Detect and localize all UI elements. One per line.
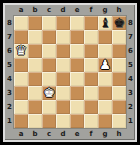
file-label-f: f <box>84 5 98 16</box>
square-d6[interactable] <box>56 44 70 58</box>
coordinate-border: abcdefgh abcdefgh 87654321 87654321 ♝♚♛♟… <box>5 5 135 140</box>
rank-label-8: 8 <box>126 16 135 30</box>
rank-label-6: 6 <box>5 44 14 58</box>
white-king[interactable]: ♚ <box>42 86 56 100</box>
square-g6[interactable] <box>98 44 112 58</box>
square-e8[interactable] <box>70 16 84 30</box>
square-c2[interactable] <box>42 100 56 114</box>
square-b7[interactable] <box>28 30 42 44</box>
chess-board-window: abcdefgh abcdefgh 87654321 87654321 ♝♚♛♟… <box>0 0 140 145</box>
rank-label-4: 4 <box>126 72 135 86</box>
rank-label-5: 5 <box>5 58 14 72</box>
square-g3[interactable] <box>98 86 112 100</box>
square-a7[interactable] <box>14 30 28 44</box>
square-d1[interactable] <box>56 114 70 128</box>
rank-labels-right: 87654321 <box>126 16 135 128</box>
rank-label-3: 3 <box>5 86 14 100</box>
square-c7[interactable] <box>42 30 56 44</box>
square-h4[interactable] <box>112 72 126 86</box>
black-bishop[interactable]: ♝ <box>98 16 112 30</box>
square-b1[interactable] <box>28 114 42 128</box>
square-f8[interactable] <box>84 16 98 30</box>
square-b5[interactable] <box>28 58 42 72</box>
square-b3[interactable] <box>28 86 42 100</box>
square-c1[interactable] <box>42 114 56 128</box>
square-d5[interactable] <box>56 58 70 72</box>
file-label-d: d <box>56 128 70 140</box>
square-a2[interactable] <box>14 100 28 114</box>
square-c5[interactable] <box>42 58 56 72</box>
file-label-a: a <box>14 5 28 16</box>
rank-label-1: 1 <box>5 114 14 128</box>
rank-label-7: 7 <box>126 30 135 44</box>
square-a4[interactable] <box>14 72 28 86</box>
square-g5[interactable]: ♟ <box>98 58 112 72</box>
square-e3[interactable] <box>70 86 84 100</box>
square-g2[interactable] <box>98 100 112 114</box>
rank-label-8: 8 <box>5 16 14 30</box>
file-label-c: c <box>42 5 56 16</box>
square-a5[interactable] <box>14 58 28 72</box>
square-f6[interactable] <box>84 44 98 58</box>
square-c4[interactable] <box>42 72 56 86</box>
square-f2[interactable] <box>84 100 98 114</box>
file-label-a: a <box>14 128 28 140</box>
square-c6[interactable] <box>42 44 56 58</box>
square-h1[interactable] <box>112 114 126 128</box>
square-d4[interactable] <box>56 72 70 86</box>
square-d2[interactable] <box>56 100 70 114</box>
square-d3[interactable] <box>56 86 70 100</box>
square-f3[interactable] <box>84 86 98 100</box>
square-f7[interactable] <box>84 30 98 44</box>
square-e5[interactable] <box>70 58 84 72</box>
white-pawn[interactable]: ♟ <box>98 58 112 72</box>
file-label-g: g <box>98 128 112 140</box>
square-e1[interactable] <box>70 114 84 128</box>
square-h6[interactable] <box>112 44 126 58</box>
rank-label-6: 6 <box>126 44 135 58</box>
square-h8[interactable]: ♚ <box>112 16 126 30</box>
square-g1[interactable] <box>98 114 112 128</box>
square-f4[interactable] <box>84 72 98 86</box>
square-b6[interactable] <box>28 44 42 58</box>
rank-label-2: 2 <box>126 100 135 114</box>
square-e2[interactable] <box>70 100 84 114</box>
square-e4[interactable] <box>70 72 84 86</box>
rank-label-4: 4 <box>5 72 14 86</box>
square-e6[interactable] <box>70 44 84 58</box>
square-h3[interactable] <box>112 86 126 100</box>
square-a6[interactable]: ♛ <box>14 44 28 58</box>
square-b2[interactable] <box>28 100 42 114</box>
square-f5[interactable] <box>84 58 98 72</box>
file-labels-bottom: abcdefgh <box>14 128 126 140</box>
square-c8[interactable] <box>42 16 56 30</box>
file-label-h: h <box>112 128 126 140</box>
file-label-b: b <box>28 5 42 16</box>
black-king[interactable]: ♚ <box>112 16 126 30</box>
square-a8[interactable] <box>14 16 28 30</box>
square-g8[interactable]: ♝ <box>98 16 112 30</box>
square-c3[interactable]: ♚ <box>42 86 56 100</box>
rank-label-1: 1 <box>126 114 135 128</box>
rank-label-5: 5 <box>126 58 135 72</box>
square-h5[interactable] <box>112 58 126 72</box>
file-label-d: d <box>56 5 70 16</box>
board: ♝♚♛♟♚ <box>14 16 126 128</box>
file-label-e: e <box>70 5 84 16</box>
square-b8[interactable] <box>28 16 42 30</box>
square-d8[interactable] <box>56 16 70 30</box>
square-e7[interactable] <box>70 30 84 44</box>
square-d7[interactable] <box>56 30 70 44</box>
rank-label-7: 7 <box>5 30 14 44</box>
square-a3[interactable] <box>14 86 28 100</box>
rank-label-2: 2 <box>5 100 14 114</box>
file-label-f: f <box>84 128 98 140</box>
square-h2[interactable] <box>112 100 126 114</box>
square-g4[interactable] <box>98 72 112 86</box>
square-f1[interactable] <box>84 114 98 128</box>
file-label-e: e <box>70 128 84 140</box>
white-queen[interactable]: ♛ <box>14 44 28 58</box>
square-a1[interactable] <box>14 114 28 128</box>
rank-labels-left: 87654321 <box>5 16 14 128</box>
file-label-b: b <box>28 128 42 140</box>
square-g7[interactable] <box>98 30 112 44</box>
square-b4[interactable] <box>28 72 42 86</box>
square-h7[interactable] <box>112 30 126 44</box>
rank-label-3: 3 <box>126 86 135 100</box>
file-label-c: c <box>42 128 56 140</box>
